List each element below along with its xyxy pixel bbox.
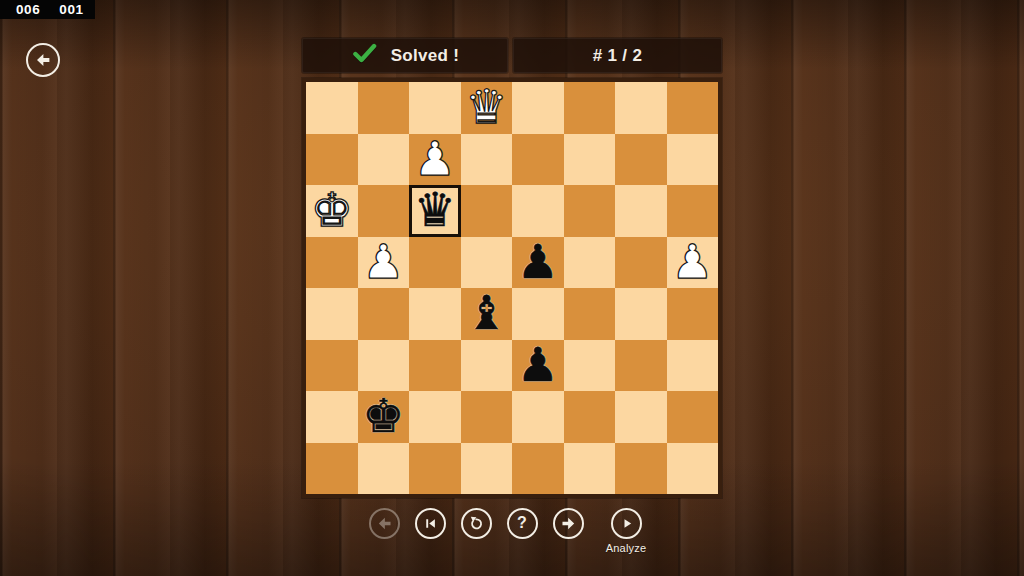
- square-d5[interactable]: [461, 237, 513, 289]
- square-f2[interactable]: [564, 391, 616, 443]
- piece-white-king: ♚: [306, 184, 358, 236]
- retry-button[interactable]: [461, 508, 492, 539]
- puzzle-counter-banner: # 1 / 2: [513, 38, 722, 73]
- piece-white-pawn: ♟: [409, 133, 461, 185]
- square-c7[interactable]: ♟: [409, 134, 461, 186]
- analyze-label: Analyze: [586, 542, 666, 554]
- piece-black-pawn: ♟: [512, 339, 564, 391]
- square-e1[interactable]: [512, 443, 564, 495]
- piece-black-bishop: ♝: [461, 287, 513, 339]
- square-f8[interactable]: [564, 82, 616, 134]
- square-f5[interactable]: [564, 237, 616, 289]
- hint-button[interactable]: ?: [507, 508, 538, 539]
- green-checkmark-icon: [351, 42, 378, 70]
- square-e8[interactable]: [512, 82, 564, 134]
- square-h6[interactable]: [667, 185, 719, 237]
- square-h8[interactable]: [667, 82, 719, 134]
- solved-text: Solved !: [391, 46, 460, 66]
- square-f4[interactable]: [564, 288, 616, 340]
- square-a6[interactable]: ♚: [306, 185, 358, 237]
- next-move-button[interactable]: [553, 508, 584, 539]
- chess-board: ♛♟♚♛♟♟♟♝♟♚: [302, 78, 722, 498]
- score-counter-bar: 006 001: [0, 0, 95, 19]
- square-d3[interactable]: [461, 340, 513, 392]
- square-d2[interactable]: [461, 391, 513, 443]
- square-b8[interactable]: [358, 82, 410, 134]
- square-h7[interactable]: [667, 134, 719, 186]
- first-move-button[interactable]: [415, 508, 446, 539]
- square-g7[interactable]: [615, 134, 667, 186]
- square-d7[interactable]: [461, 134, 513, 186]
- square-c4[interactable]: [409, 288, 461, 340]
- square-e3[interactable]: ♟: [512, 340, 564, 392]
- square-b1[interactable]: [358, 443, 410, 495]
- square-a1[interactable]: [306, 443, 358, 495]
- analyze-button[interactable]: [611, 508, 642, 539]
- undo-icon: [468, 515, 485, 532]
- square-b3[interactable]: [358, 340, 410, 392]
- square-f7[interactable]: [564, 134, 616, 186]
- square-f6[interactable]: [564, 185, 616, 237]
- square-e5[interactable]: ♟: [512, 237, 564, 289]
- square-c3[interactable]: [409, 340, 461, 392]
- piece-white-pawn: ♟: [667, 236, 719, 288]
- square-b2[interactable]: ♚: [358, 391, 410, 443]
- square-h1[interactable]: [667, 443, 719, 495]
- square-a4[interactable]: [306, 288, 358, 340]
- square-a8[interactable]: [306, 82, 358, 134]
- arrow-left-icon: [34, 51, 52, 69]
- piece-white-pawn: ♟: [358, 236, 410, 288]
- skip-to-start-icon: [422, 515, 439, 532]
- square-e2[interactable]: [512, 391, 564, 443]
- square-e4[interactable]: [512, 288, 564, 340]
- square-c1[interactable]: [409, 443, 461, 495]
- square-d1[interactable]: [461, 443, 513, 495]
- square-c2[interactable]: [409, 391, 461, 443]
- solved-banner: Solved !: [302, 38, 508, 73]
- square-a3[interactable]: [306, 340, 358, 392]
- play-icon: [618, 515, 635, 532]
- square-b7[interactable]: [358, 134, 410, 186]
- puzzle-screen: 006 001 Solved ! # 1 / 2 ♛♟♚♛♟♟♟♝♟♚ ? An…: [0, 0, 1024, 576]
- square-e6[interactable]: [512, 185, 564, 237]
- counter-right: 001: [59, 2, 83, 17]
- puzzle-counter-text: # 1 / 2: [593, 46, 642, 66]
- previous-move-button[interactable]: [369, 508, 400, 539]
- square-g4[interactable]: [615, 288, 667, 340]
- square-h5[interactable]: ♟: [667, 237, 719, 289]
- arrow-right-icon: [560, 515, 577, 532]
- square-a7[interactable]: [306, 134, 358, 186]
- square-d6[interactable]: [461, 185, 513, 237]
- square-f1[interactable]: [564, 443, 616, 495]
- square-d4[interactable]: ♝: [461, 288, 513, 340]
- piece-black-king: ♚: [358, 390, 410, 442]
- square-b4[interactable]: [358, 288, 410, 340]
- square-g6[interactable]: [615, 185, 667, 237]
- square-c5[interactable]: [409, 237, 461, 289]
- arrow-left-icon: [376, 515, 393, 532]
- square-h3[interactable]: [667, 340, 719, 392]
- square-h2[interactable]: [667, 391, 719, 443]
- question-mark-icon: ?: [517, 514, 527, 532]
- counter-left: 006: [16, 2, 40, 17]
- square-g1[interactable]: [615, 443, 667, 495]
- square-f3[interactable]: [564, 340, 616, 392]
- square-c8[interactable]: [409, 82, 461, 134]
- square-b6[interactable]: [358, 185, 410, 237]
- square-b5[interactable]: ♟: [358, 237, 410, 289]
- square-c6[interactable]: ♛: [409, 185, 461, 237]
- square-g5[interactable]: [615, 237, 667, 289]
- square-a5[interactable]: [306, 237, 358, 289]
- square-h4[interactable]: [667, 288, 719, 340]
- piece-black-queen: ♛: [409, 184, 461, 236]
- back-button[interactable]: [26, 43, 60, 77]
- square-a2[interactable]: [306, 391, 358, 443]
- square-g3[interactable]: [615, 340, 667, 392]
- square-g8[interactable]: [615, 82, 667, 134]
- square-g2[interactable]: [615, 391, 667, 443]
- piece-white-queen: ♛: [461, 81, 513, 133]
- square-e7[interactable]: [512, 134, 564, 186]
- square-d8[interactable]: ♛: [461, 82, 513, 134]
- piece-black-pawn: ♟: [512, 236, 564, 288]
